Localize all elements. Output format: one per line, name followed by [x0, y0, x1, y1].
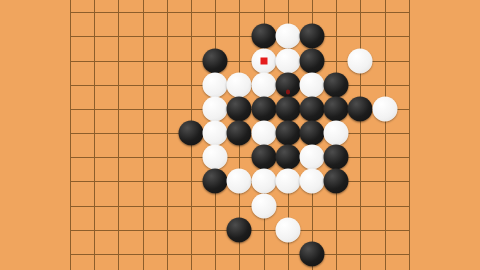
- grid-horizontal-line: [70, 157, 410, 158]
- white-stone: [251, 121, 276, 146]
- black-stone: [300, 24, 325, 49]
- white-stone: [348, 48, 373, 73]
- white-stone: [203, 72, 228, 97]
- white-stone: [251, 193, 276, 218]
- white-stone: [324, 121, 349, 146]
- grid-horizontal-line: [70, 254, 410, 255]
- black-stone: [324, 169, 349, 194]
- black-stone: [324, 96, 349, 121]
- white-stone: [203, 96, 228, 121]
- white-stone: [372, 96, 397, 121]
- white-stone: [203, 121, 228, 146]
- white-stone: [300, 72, 325, 97]
- white-stone: [227, 169, 252, 194]
- black-stone: [179, 121, 204, 146]
- black-stone: [275, 96, 300, 121]
- black-stone: [300, 96, 325, 121]
- gomoku-board[interactable]: [0, 0, 480, 270]
- black-stone: [227, 121, 252, 146]
- white-stone: [300, 145, 325, 170]
- white-stone: [275, 217, 300, 242]
- black-stone: [251, 145, 276, 170]
- last-move-marker-icon: [260, 57, 267, 64]
- black-stone: [300, 48, 325, 73]
- white-stone: [275, 24, 300, 49]
- black-stone: [275, 145, 300, 170]
- white-stone: [227, 72, 252, 97]
- black-stone: [275, 121, 300, 146]
- white-stone: [275, 48, 300, 73]
- grid-horizontal-line: [70, 36, 410, 37]
- black-stone: [348, 96, 373, 121]
- black-stone: [324, 145, 349, 170]
- black-stone: [324, 72, 349, 97]
- black-stone: [251, 96, 276, 121]
- grid-horizontal-line: [70, 12, 410, 13]
- grid-horizontal-line: [70, 206, 410, 207]
- white-stone: [251, 169, 276, 194]
- black-stone: [203, 48, 228, 73]
- black-stone: [203, 169, 228, 194]
- white-stone: [251, 72, 276, 97]
- black-stone: [300, 121, 325, 146]
- black-stone: [251, 24, 276, 49]
- black-stone: [300, 241, 325, 266]
- white-stone: [275, 169, 300, 194]
- white-stone: [203, 145, 228, 170]
- black-stone: [227, 217, 252, 242]
- black-stone: [227, 96, 252, 121]
- white-stone: [300, 169, 325, 194]
- red-dot-marker-icon: [286, 89, 290, 94]
